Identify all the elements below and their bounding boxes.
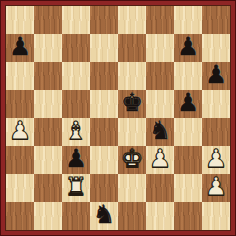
square-g8[interactable]	[174, 6, 202, 34]
square-a2[interactable]	[6, 174, 34, 202]
square-e4[interactable]	[118, 118, 146, 146]
square-g1[interactable]	[174, 202, 202, 230]
black-pawn: ♟	[65, 146, 87, 173]
white-pawn: ♟	[149, 146, 171, 173]
square-a7[interactable]: ♟	[6, 34, 34, 62]
square-e3[interactable]: ♚	[118, 146, 146, 174]
square-f5[interactable]	[146, 90, 174, 118]
board-frame: ♟♟♟♚♟♟♝♞♟♚♟♟♜♟♞	[1, 1, 235, 235]
white-pawn: ♟	[9, 118, 31, 145]
square-a8[interactable]	[6, 6, 34, 34]
square-c7[interactable]	[62, 34, 90, 62]
square-c3[interactable]: ♟	[62, 146, 90, 174]
black-pawn: ♟	[177, 90, 199, 117]
square-a3[interactable]	[6, 146, 34, 174]
square-e1[interactable]	[118, 202, 146, 230]
black-knight: ♞	[149, 118, 171, 145]
square-c2[interactable]: ♜	[62, 174, 90, 202]
square-c6[interactable]	[62, 62, 90, 90]
square-b7[interactable]	[34, 34, 62, 62]
white-pawn: ♟	[205, 174, 227, 201]
black-king: ♚	[121, 90, 143, 117]
square-c8[interactable]	[62, 6, 90, 34]
white-pawn: ♟	[205, 146, 227, 173]
square-b6[interactable]	[34, 62, 62, 90]
square-h2[interactable]: ♟	[202, 174, 230, 202]
square-h6[interactable]: ♟	[202, 62, 230, 90]
square-c4[interactable]: ♝	[62, 118, 90, 146]
square-h3[interactable]: ♟	[202, 146, 230, 174]
square-e7[interactable]	[118, 34, 146, 62]
square-d6[interactable]	[90, 62, 118, 90]
square-d5[interactable]	[90, 90, 118, 118]
square-c1[interactable]	[62, 202, 90, 230]
square-b2[interactable]	[34, 174, 62, 202]
square-a5[interactable]	[6, 90, 34, 118]
chess-board: ♟♟♟♚♟♟♝♞♟♚♟♟♜♟♞	[6, 6, 230, 230]
square-d8[interactable]	[90, 6, 118, 34]
white-king: ♚	[121, 146, 143, 173]
square-b5[interactable]	[34, 90, 62, 118]
black-pawn: ♟	[205, 62, 227, 89]
square-h5[interactable]	[202, 90, 230, 118]
square-d2[interactable]	[90, 174, 118, 202]
square-d1[interactable]: ♞	[90, 202, 118, 230]
square-f6[interactable]	[146, 62, 174, 90]
square-b1[interactable]	[34, 202, 62, 230]
square-h7[interactable]	[202, 34, 230, 62]
square-g7[interactable]: ♟	[174, 34, 202, 62]
square-a6[interactable]	[6, 62, 34, 90]
square-g2[interactable]	[174, 174, 202, 202]
black-pawn: ♟	[177, 34, 199, 61]
square-f4[interactable]: ♞	[146, 118, 174, 146]
square-f3[interactable]: ♟	[146, 146, 174, 174]
white-rook: ♜	[65, 174, 87, 201]
square-d7[interactable]	[90, 34, 118, 62]
square-b4[interactable]	[34, 118, 62, 146]
square-b8[interactable]	[34, 6, 62, 34]
black-pawn: ♟	[9, 34, 31, 61]
square-d3[interactable]	[90, 146, 118, 174]
square-c5[interactable]	[62, 90, 90, 118]
square-f7[interactable]	[146, 34, 174, 62]
square-a1[interactable]	[6, 202, 34, 230]
square-e8[interactable]	[118, 6, 146, 34]
square-g3[interactable]	[174, 146, 202, 174]
square-a4[interactable]: ♟	[6, 118, 34, 146]
square-e2[interactable]	[118, 174, 146, 202]
square-f8[interactable]	[146, 6, 174, 34]
board-outer-edge: ♟♟♟♚♟♟♝♞♟♚♟♟♜♟♞	[0, 0, 236, 236]
square-b3[interactable]	[34, 146, 62, 174]
square-h4[interactable]	[202, 118, 230, 146]
square-g5[interactable]: ♟	[174, 90, 202, 118]
square-h1[interactable]	[202, 202, 230, 230]
square-f1[interactable]	[146, 202, 174, 230]
square-e5[interactable]: ♚	[118, 90, 146, 118]
square-f2[interactable]	[146, 174, 174, 202]
square-h8[interactable]	[202, 6, 230, 34]
square-d4[interactable]	[90, 118, 118, 146]
square-g4[interactable]	[174, 118, 202, 146]
black-knight: ♞	[93, 202, 115, 229]
white-bishop: ♝	[65, 118, 87, 145]
square-e6[interactable]	[118, 62, 146, 90]
square-g6[interactable]	[174, 62, 202, 90]
